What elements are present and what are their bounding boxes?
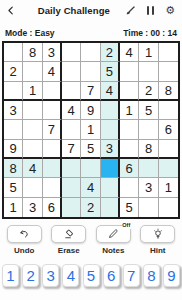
- numpad-key-7[interactable]: 7: [123, 264, 140, 287]
- cell-r5c1[interactable]: [4, 120, 23, 139]
- erase-label: Erase: [58, 246, 80, 255]
- notes-label: Notes: [102, 246, 124, 255]
- cell-r8c8[interactable]: 3: [139, 178, 158, 197]
- numpad-key-1[interactable]: 1: [2, 264, 19, 287]
- cell-r6c3[interactable]: [43, 140, 62, 159]
- cell-r8c9[interactable]: 1: [159, 178, 178, 197]
- cell-r3c3[interactable]: [43, 82, 62, 101]
- cell-r7c9[interactable]: [159, 159, 178, 178]
- notes-off-badge: Off: [122, 223, 131, 229]
- cell-r4c5[interactable]: 9: [81, 101, 100, 120]
- theme-brush-icon[interactable]: [124, 5, 136, 17]
- cell-r3c4[interactable]: [62, 82, 81, 101]
- cell-r7c1[interactable]: 8: [4, 159, 23, 178]
- cell-r9c8[interactable]: [139, 198, 158, 217]
- notes-button[interactable]: Off Notes: [91, 225, 135, 255]
- cell-r4c2[interactable]: [23, 101, 42, 120]
- numpad-key-4[interactable]: 4: [62, 264, 79, 287]
- cell-r6c9[interactable]: [159, 140, 178, 159]
- cell-r6c6[interactable]: 3: [101, 140, 120, 159]
- hint-button[interactable]: Hint: [136, 225, 180, 255]
- cell-r4c8[interactable]: 5: [139, 101, 158, 120]
- cell-r9c2[interactable]: 3: [23, 198, 42, 217]
- settings-gear-icon[interactable]: ⚙: [165, 5, 175, 16]
- cell-r6c8[interactable]: 8: [139, 140, 158, 159]
- cell-r1c1[interactable]: [4, 43, 23, 62]
- cell-r2c5[interactable]: [81, 62, 100, 81]
- cell-r2c4[interactable]: [62, 62, 81, 81]
- cell-r5c3[interactable]: 7: [43, 120, 62, 139]
- cell-r9c7[interactable]: 5: [120, 198, 139, 217]
- cell-r8c7[interactable]: [120, 178, 139, 197]
- cell-r2c3[interactable]: 4: [43, 62, 62, 81]
- cell-r1c5[interactable]: [81, 43, 100, 62]
- cell-r3c8[interactable]: 2: [139, 82, 158, 101]
- numpad: 123456789: [0, 264, 182, 287]
- page-title: Daily Challenge: [22, 5, 124, 16]
- cell-r1c3[interactable]: 3: [43, 43, 62, 62]
- cell-r3c6[interactable]: 4: [101, 82, 120, 101]
- undo-arrow-icon: [18, 228, 30, 240]
- cell-r8c3[interactable]: [43, 178, 62, 197]
- cell-r7c8[interactable]: [139, 159, 158, 178]
- cell-r4c9[interactable]: [159, 101, 178, 120]
- cell-r5c8[interactable]: [139, 120, 158, 139]
- cell-r1c6[interactable]: 2: [101, 43, 120, 62]
- lightbulb-icon: [152, 228, 164, 240]
- cell-r7c3[interactable]: [43, 159, 62, 178]
- chevron-left-icon: [6, 4, 16, 17]
- numpad-key-9[interactable]: 9: [163, 264, 180, 287]
- cell-r5c2[interactable]: [23, 120, 42, 139]
- erase-button[interactable]: Erase: [47, 225, 91, 255]
- numpad-key-8[interactable]: 8: [143, 264, 160, 287]
- cell-r2c2[interactable]: [23, 62, 42, 81]
- numpad-key-2[interactable]: 2: [22, 264, 39, 287]
- cell-r3c7[interactable]: [120, 82, 139, 101]
- sudoku-board: 83241245174283491571697538846543113625: [2, 41, 180, 219]
- cell-r6c2[interactable]: [23, 140, 42, 159]
- cell-r9c9[interactable]: [159, 198, 178, 217]
- cell-r6c7[interactable]: [120, 140, 139, 159]
- cell-r3c5[interactable]: 7: [81, 82, 100, 101]
- cell-r3c1[interactable]: [4, 82, 23, 101]
- cell-r7c4[interactable]: [62, 159, 81, 178]
- cell-r9c5[interactable]: 2: [81, 198, 100, 217]
- cell-r7c6[interactable]: [101, 159, 120, 178]
- mode-label: Mode : Easy: [5, 28, 55, 38]
- undo-label: Undo: [14, 246, 34, 255]
- pencil-icon: [107, 228, 119, 240]
- cell-r1c9[interactable]: [159, 43, 178, 62]
- cell-r8c2[interactable]: [23, 178, 42, 197]
- cell-r2c8[interactable]: [139, 62, 158, 81]
- cell-r4c6[interactable]: [101, 101, 120, 120]
- cell-r1c2[interactable]: 8: [23, 43, 42, 62]
- cell-r3c2[interactable]: 1: [23, 82, 42, 101]
- cell-r6c5[interactable]: 5: [81, 140, 100, 159]
- back-button[interactable]: [6, 4, 22, 17]
- cell-r7c2[interactable]: 4: [23, 159, 42, 178]
- numpad-key-6[interactable]: 6: [103, 264, 120, 287]
- cell-r1c4[interactable]: [62, 43, 81, 62]
- cell-r5c9[interactable]: 6: [159, 120, 178, 139]
- cell-r3c9[interactable]: 8: [159, 82, 178, 101]
- toolbar: Undo Erase Off Notes Hint: [0, 225, 182, 255]
- undo-button[interactable]: Undo: [2, 225, 46, 255]
- cell-r4c3[interactable]: [43, 101, 62, 120]
- numpad-key-5[interactable]: 5: [83, 264, 100, 287]
- cell-r5c4[interactable]: [62, 120, 81, 139]
- pause-icon[interactable]: [147, 6, 155, 15]
- cell-r6c1[interactable]: 9: [4, 140, 23, 159]
- cell-r5c5[interactable]: 1: [81, 120, 100, 139]
- cell-r8c4[interactable]: [62, 178, 81, 197]
- cell-r5c6[interactable]: [101, 120, 120, 139]
- cell-r4c1[interactable]: 3: [4, 101, 23, 120]
- cell-r6c4[interactable]: 7: [62, 140, 81, 159]
- cell-r8c6[interactable]: [101, 178, 120, 197]
- cell-r9c1[interactable]: 1: [4, 198, 23, 217]
- cell-r9c4[interactable]: [62, 198, 81, 217]
- time-label: Time : 00 : 14: [123, 28, 177, 38]
- cell-r9c3[interactable]: 6: [43, 198, 62, 217]
- cell-r2c1[interactable]: 2: [4, 62, 23, 81]
- cell-r7c5[interactable]: [81, 159, 100, 178]
- cell-r2c6[interactable]: 5: [101, 62, 120, 81]
- status-row: Mode : Easy Time : 00 : 14: [0, 28, 182, 38]
- cell-r2c9[interactable]: [159, 62, 178, 81]
- cell-r7c7[interactable]: 6: [120, 159, 139, 178]
- eraser-icon: [63, 228, 75, 240]
- header: Daily Challenge ⚙: [0, 0, 182, 21]
- cell-r1c8[interactable]: 1: [139, 43, 158, 62]
- cell-r4c7[interactable]: 1: [120, 101, 139, 120]
- cell-r5c7[interactable]: [120, 120, 139, 139]
- cell-r8c5[interactable]: 4: [81, 178, 100, 197]
- hint-label: Hint: [150, 246, 166, 255]
- cell-r4c4[interactable]: 4: [62, 101, 81, 120]
- cell-r2c7[interactable]: [120, 62, 139, 81]
- cell-r8c1[interactable]: 5: [4, 178, 23, 197]
- cell-r1c7[interactable]: 4: [120, 43, 139, 62]
- cell-r9c6[interactable]: [101, 198, 120, 217]
- numpad-key-3[interactable]: 3: [42, 264, 59, 287]
